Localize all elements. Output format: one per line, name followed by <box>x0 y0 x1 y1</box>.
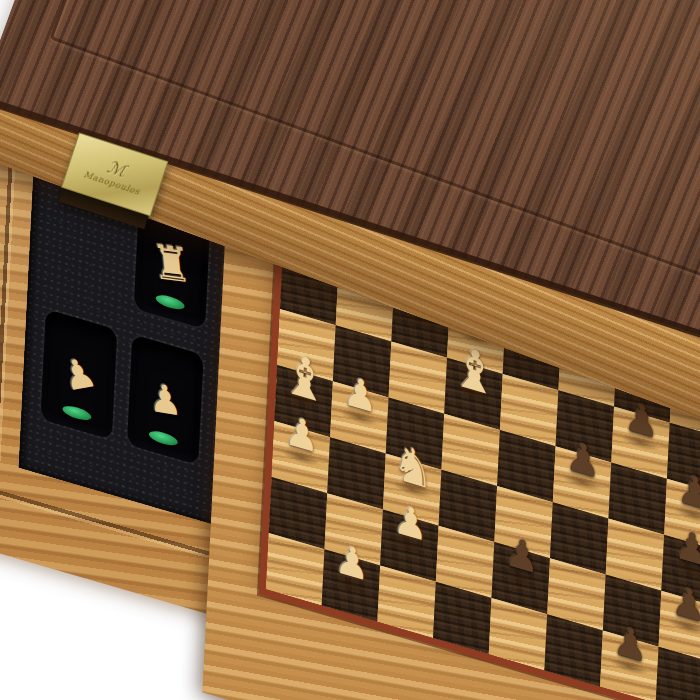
tray-slot-4: ♟ <box>127 334 204 465</box>
green-felt-base <box>155 293 184 312</box>
green-felt-base <box>62 403 91 422</box>
tray-piece-white-pawn[interactable]: ♟ <box>127 334 204 465</box>
chess-set-photo: ♜♟♟ ♝♝♞♟♟♟♟♟♟♟♟♟♟♟♟ ℳ Manopoulos <box>0 0 700 700</box>
tray-slot-3: ♟ <box>41 309 118 440</box>
green-felt-base <box>149 429 178 448</box>
tray-piece-white-pawn[interactable]: ♟ <box>41 309 118 440</box>
